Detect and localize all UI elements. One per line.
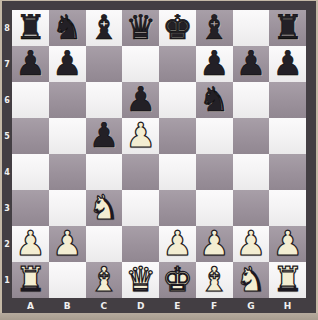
square-h6[interactable] — [269, 82, 306, 118]
square-a7[interactable]: ♟ — [12, 46, 49, 82]
square-f7[interactable]: ♟ — [196, 46, 233, 82]
square-a3[interactable] — [12, 190, 49, 226]
square-d5[interactable]: ♟ — [122, 118, 159, 154]
square-c8[interactable]: ♝ — [86, 10, 123, 46]
square-a2[interactable]: ♟ — [12, 226, 49, 262]
square-g6[interactable] — [233, 82, 270, 118]
white-pawn-piece: ♟ — [162, 226, 192, 260]
rank-label-7: 7 — [2, 46, 12, 82]
black-knight-piece: ♞ — [199, 82, 229, 116]
rank-labels: 87654321 — [2, 10, 12, 298]
white-pawn-piece: ♟ — [52, 226, 82, 260]
square-a6[interactable] — [12, 82, 49, 118]
black-bishop-piece: ♝ — [199, 10, 229, 44]
square-f8[interactable]: ♝ — [196, 10, 233, 46]
square-h7[interactable]: ♟ — [269, 46, 306, 82]
square-e7[interactable] — [159, 46, 196, 82]
square-f4[interactable] — [196, 154, 233, 190]
chessboard-widget: 87654321 ♜♞♝♛♚♝♜♟♟♟♟♟♟♞♟♟♞♟♟♟♟♟♟♜♝♛♚♝♞♜ … — [0, 0, 318, 320]
white-pawn-piece: ♟ — [236, 226, 266, 260]
black-pawn-piece: ♟ — [89, 118, 119, 152]
file-label-c: C — [86, 298, 123, 313]
file-label-g: G — [233, 298, 270, 313]
file-labels: ABCDEFGH — [12, 298, 306, 313]
square-d6[interactable]: ♟ — [122, 82, 159, 118]
square-e6[interactable] — [159, 82, 196, 118]
square-f6[interactable]: ♞ — [196, 82, 233, 118]
square-h5[interactable] — [269, 118, 306, 154]
square-d4[interactable] — [122, 154, 159, 190]
black-bishop-piece: ♝ — [89, 10, 119, 44]
square-b6[interactable] — [49, 82, 86, 118]
black-pawn-piece: ♟ — [52, 46, 82, 80]
square-g7[interactable]: ♟ — [233, 46, 270, 82]
square-a4[interactable] — [12, 154, 49, 190]
square-e8[interactable]: ♚ — [159, 10, 196, 46]
square-a1[interactable]: ♜ — [12, 262, 49, 298]
black-knight-piece: ♞ — [52, 10, 82, 44]
square-f5[interactable] — [196, 118, 233, 154]
rank-label-3: 3 — [2, 190, 12, 226]
black-pawn-piece: ♟ — [236, 46, 266, 80]
white-bishop-piece: ♝ — [89, 262, 119, 296]
file-label-b: B — [49, 298, 86, 313]
white-knight-piece: ♞ — [236, 262, 266, 296]
rank-label-6: 6 — [2, 82, 12, 118]
square-b3[interactable] — [49, 190, 86, 226]
square-g8[interactable] — [233, 10, 270, 46]
square-d2[interactable] — [122, 226, 159, 262]
square-h3[interactable] — [269, 190, 306, 226]
black-pawn-piece: ♟ — [272, 46, 302, 80]
black-pawn-piece: ♟ — [15, 46, 45, 80]
square-g2[interactable]: ♟ — [233, 226, 270, 262]
file-label-a: A — [12, 298, 49, 313]
black-king-piece: ♚ — [162, 10, 192, 44]
black-rook-piece: ♜ — [272, 10, 302, 44]
white-rook-piece: ♜ — [272, 262, 302, 296]
white-pawn-piece: ♟ — [125, 118, 155, 152]
square-e5[interactable] — [159, 118, 196, 154]
square-e4[interactable] — [159, 154, 196, 190]
rank-label-8: 8 — [2, 10, 12, 46]
white-pawn-piece: ♟ — [272, 226, 302, 260]
square-f2[interactable]: ♟ — [196, 226, 233, 262]
square-b1[interactable] — [49, 262, 86, 298]
square-h1[interactable]: ♜ — [269, 262, 306, 298]
square-b8[interactable]: ♞ — [49, 10, 86, 46]
square-c3[interactable]: ♞ — [86, 190, 123, 226]
square-g1[interactable]: ♞ — [233, 262, 270, 298]
white-knight-piece: ♞ — [89, 190, 119, 224]
square-c2[interactable] — [86, 226, 123, 262]
square-h8[interactable]: ♜ — [269, 10, 306, 46]
square-h4[interactable] — [269, 154, 306, 190]
square-g5[interactable] — [233, 118, 270, 154]
rank-label-1: 1 — [2, 262, 12, 298]
square-c5[interactable]: ♟ — [86, 118, 123, 154]
square-e2[interactable]: ♟ — [159, 226, 196, 262]
square-f3[interactable] — [196, 190, 233, 226]
square-c7[interactable] — [86, 46, 123, 82]
square-c6[interactable] — [86, 82, 123, 118]
square-h2[interactable]: ♟ — [269, 226, 306, 262]
rank-label-5: 5 — [2, 118, 12, 154]
white-bishop-piece: ♝ — [199, 262, 229, 296]
square-b4[interactable] — [49, 154, 86, 190]
chess-board: ♜♞♝♛♚♝♜♟♟♟♟♟♟♞♟♟♞♟♟♟♟♟♟♜♝♛♚♝♞♜ — [12, 10, 306, 298]
square-g3[interactable] — [233, 190, 270, 226]
square-b7[interactable]: ♟ — [49, 46, 86, 82]
square-d7[interactable] — [122, 46, 159, 82]
black-rook-piece: ♜ — [15, 10, 45, 44]
file-label-d: D — [122, 298, 159, 313]
black-pawn-piece: ♟ — [199, 46, 229, 80]
square-a5[interactable] — [12, 118, 49, 154]
square-g4[interactable] — [233, 154, 270, 190]
rank-label-4: 4 — [2, 154, 12, 190]
square-b2[interactable]: ♟ — [49, 226, 86, 262]
square-c4[interactable] — [86, 154, 123, 190]
square-a8[interactable]: ♜ — [12, 10, 49, 46]
white-rook-piece: ♜ — [15, 262, 45, 296]
frame-bottom-trim — [0, 313, 318, 320]
square-d3[interactable] — [122, 190, 159, 226]
square-e3[interactable] — [159, 190, 196, 226]
white-pawn-piece: ♟ — [199, 226, 229, 260]
square-e1[interactable]: ♚ — [159, 262, 196, 298]
square-d8[interactable]: ♛ — [122, 10, 159, 46]
square-d1[interactable]: ♛ — [122, 262, 159, 298]
square-c1[interactable]: ♝ — [86, 262, 123, 298]
black-pawn-piece: ♟ — [125, 82, 155, 116]
square-b5[interactable] — [49, 118, 86, 154]
rank-label-2: 2 — [2, 226, 12, 262]
white-king-piece: ♚ — [162, 262, 192, 296]
white-pawn-piece: ♟ — [15, 226, 45, 260]
file-label-h: H — [269, 298, 306, 313]
black-queen-piece: ♛ — [125, 10, 155, 44]
square-f1[interactable]: ♝ — [196, 262, 233, 298]
file-label-f: F — [196, 298, 233, 313]
white-queen-piece: ♛ — [125, 262, 155, 296]
file-label-e: E — [159, 298, 196, 313]
